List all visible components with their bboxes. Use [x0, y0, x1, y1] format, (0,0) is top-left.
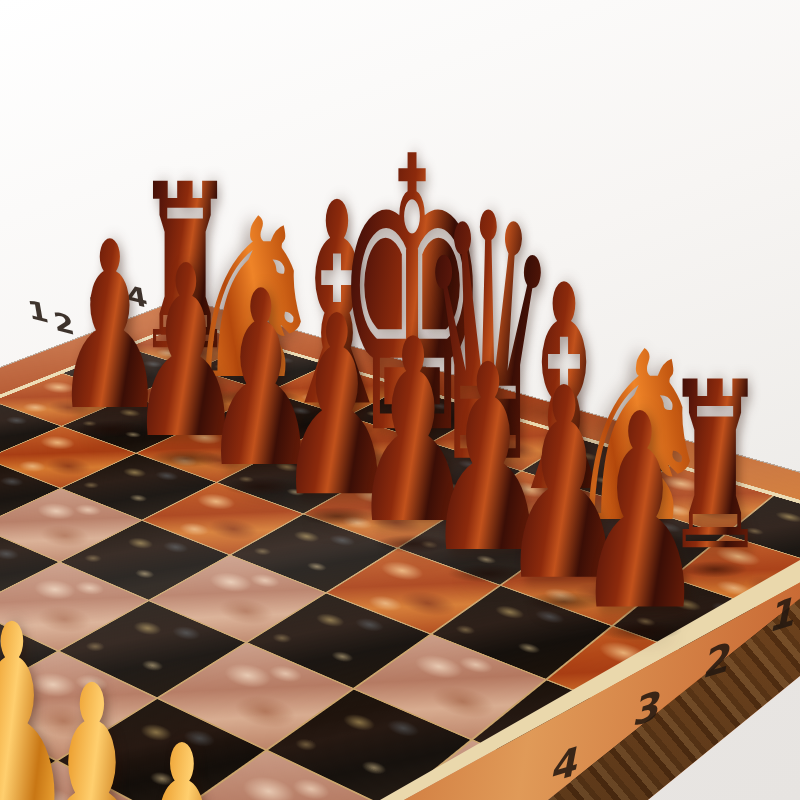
dark-pawn-h7: ♟ [574, 378, 707, 647]
pieces-layer: ♜♞♝♚♛♝♞♜♟♟♟♟♟♟♟♟♟♟♟ [0, 0, 800, 800]
product-photo-scene: 43211234 ♜♞♝♚♛♝♞♜♟♟♟♟♟♟♟♟♟♟♟ [0, 0, 800, 800]
light-pawn-c2: ♟ [115, 711, 249, 800]
